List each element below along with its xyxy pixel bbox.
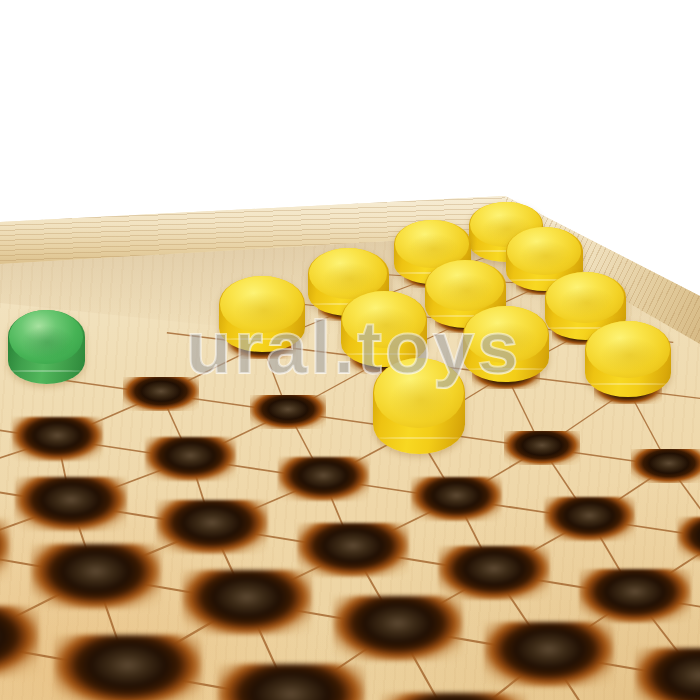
hole-r5-i2 [278, 457, 369, 501]
piece-yellow-r3-i1 [341, 291, 427, 367]
hole-r6-i3 [297, 523, 409, 578]
hole-r8-i2 [0, 606, 39, 679]
hole-r7-i6 [635, 648, 700, 700]
hole-r5-i5 [677, 517, 700, 561]
hole-r7-i1 [0, 518, 10, 583]
yellow-piece-top [426, 260, 505, 311]
yellow-piece-top [586, 321, 669, 378]
green-piece-top [9, 310, 84, 364]
hole-r7-i3 [182, 570, 312, 635]
hole-r5-i1 [145, 437, 236, 481]
piece-yellow-r4-i2 [373, 358, 465, 454]
hole-r5-i3 [411, 477, 502, 521]
yellow-piece-top [546, 272, 625, 323]
yellow-piece-top [220, 276, 303, 333]
piece-yellow-r3-i3 [585, 321, 671, 397]
board-photo: ural.toys [0, 0, 700, 700]
hole-r7-i5 [484, 622, 614, 687]
hole-r8-i3 [54, 635, 202, 700]
hole-r5-i4 [544, 497, 635, 541]
hole-r4-i1 [250, 395, 325, 429]
piece-yellow-r3-i0 [219, 276, 305, 352]
hole-r5-i0 [12, 417, 103, 461]
hole-r6-i1 [15, 477, 127, 532]
hole-r4-i0 [123, 377, 198, 411]
yellow-piece-top [342, 291, 425, 348]
hole-r4-i4 [631, 449, 700, 483]
hole-r6-i2 [156, 500, 268, 555]
hole-r8-i4 [217, 664, 365, 700]
yellow-piece-top [374, 358, 463, 428]
hole-r6-i4 [438, 546, 550, 601]
piece-green-r4-i-1 [8, 310, 85, 384]
hole-r7-i2 [31, 544, 161, 609]
yellow-piece-top [464, 306, 547, 363]
hole-r4-i3 [504, 431, 579, 465]
hole-r6-i5 [579, 569, 691, 624]
hole-r7-i4 [333, 596, 463, 661]
piece-yellow-r3-i2 [463, 306, 549, 382]
yellow-piece-top [507, 227, 582, 275]
hole-r8-i5 [380, 693, 528, 700]
